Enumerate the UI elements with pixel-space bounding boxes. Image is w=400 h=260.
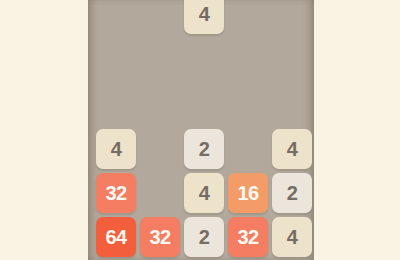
tile-16: 16 bbox=[228, 173, 268, 213]
tile-4: 4 bbox=[96, 129, 136, 169]
tile-2: 2 bbox=[184, 217, 224, 257]
tile-4: 4 bbox=[184, 173, 224, 213]
tile-2: 2 bbox=[184, 129, 224, 169]
game-screen: 442432416264322324 bbox=[0, 0, 400, 260]
tile-32: 32 bbox=[140, 217, 180, 257]
tile-4: 4 bbox=[272, 217, 312, 257]
tile-2: 2 bbox=[272, 173, 312, 213]
tile-64: 64 bbox=[96, 217, 136, 257]
tile-32: 32 bbox=[96, 173, 136, 213]
falling-tile[interactable]: 4 bbox=[184, 0, 224, 34]
tile-grid: 442432416264322324 bbox=[96, 0, 312, 257]
board[interactable]: 442432416264322324 bbox=[88, 0, 314, 260]
tile-4: 4 bbox=[272, 129, 312, 169]
tile-32: 32 bbox=[228, 217, 268, 257]
